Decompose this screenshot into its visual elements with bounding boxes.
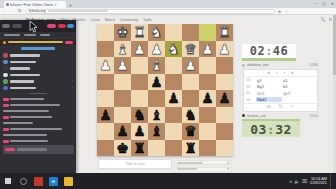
square-c6[interactable]: ♞ (182, 107, 199, 124)
move-15b[interactable]: Qc7 (282, 91, 308, 96)
square-c2[interactable]: ♛ (182, 41, 199, 58)
black-king-g8: ♚ (116, 141, 129, 155)
white-pawn-b2: ♟ (201, 42, 214, 56)
clock-white: 02:46 (242, 44, 296, 58)
square-b8[interactable] (199, 140, 216, 157)
draw-offer-button[interactable]: ½ (278, 105, 282, 110)
square-b3[interactable] (199, 57, 216, 74)
black-pawn-b5: ♟ (201, 91, 214, 105)
user-name-bar (10, 67, 30, 70)
move-15w[interactable]: O-O (256, 91, 282, 96)
black-pawn-d5: ♟ (167, 91, 180, 105)
move-16w[interactable]: Nbd2 (256, 97, 282, 102)
avatar (3, 79, 8, 84)
collapsed-section-1[interactable]: ▾ (174, 160, 232, 165)
forward-icon[interactable]: → (11, 9, 16, 14)
square-e5[interactable] (148, 90, 165, 107)
collapsed-section-2[interactable]: ▾ (174, 167, 232, 172)
tray-expand-icon[interactable]: ∧ (289, 179, 292, 184)
chevron-right-icon: › (72, 53, 73, 57)
white-rook-f1: ♜ (133, 25, 146, 39)
square-g1[interactable]: ♚ (114, 24, 131, 41)
game-action-buttons: ⟲½⚐ (244, 103, 317, 111)
black-pawn-e4: ♟ (150, 75, 163, 89)
chevron-right-icon: › (72, 66, 73, 70)
chat-text-bar (10, 98, 44, 101)
square-d2[interactable]: ♞ (165, 41, 182, 58)
system-tray[interactable]: ∧🔈⌧ 10:54 AM 5/28/2021 (289, 173, 336, 189)
settings-gear-icon[interactable]: ⚙ (328, 17, 332, 22)
black-bishop-e7: ♝ (150, 124, 163, 138)
move-14w[interactable]: Bg2 (256, 84, 282, 89)
mouse-cursor (29, 21, 38, 33)
square-h5[interactable] (97, 90, 114, 107)
square-d4[interactable] (165, 74, 182, 91)
square-d5[interactable]: ♟ (165, 90, 182, 107)
white-pawn-g3: ♟ (116, 58, 129, 72)
maximize-icon[interactable]: ▢ (322, 1, 326, 6)
move-number: 14 (246, 85, 256, 89)
window-controls: ─▢✕ (315, 0, 334, 7)
overlay-link-row[interactable] (0, 45, 76, 52)
overlay-user-list: ›››››› (0, 52, 76, 91)
chat-text-bar (3, 122, 33, 125)
square-a7[interactable] (216, 123, 233, 140)
square-g2[interactable]: ♝ (114, 41, 131, 58)
player-bottom-rating: 1510 (310, 114, 318, 118)
square-d6[interactable] (165, 107, 182, 124)
search-icon[interactable]: 🔍 (320, 17, 325, 22)
chat-text-bar (10, 128, 62, 131)
square-h8[interactable] (97, 140, 114, 157)
move-row: 15O-OQc7 (246, 90, 315, 96)
last-move-button[interactable]: » (291, 71, 294, 76)
square-e1[interactable]: ♞ (148, 24, 165, 41)
url-path-blur (48, 10, 108, 12)
player-top-bar[interactable]: alekhine_fan 1546 (242, 62, 318, 68)
white-queen-c2: ♛ (184, 42, 197, 56)
player-top-name: alekhine_fan (247, 63, 308, 67)
square-a6[interactable] (216, 107, 233, 124)
tab-title: lichess • Free Online Chess (10, 3, 53, 7)
windows-taskbar: e ∧🔈⌧ 10:54 AM 5/28/2021 (0, 173, 336, 189)
start-button[interactable] (0, 178, 16, 184)
black-knight-c6: ♞ (184, 108, 197, 122)
black-rook-f8: ♜ (133, 141, 146, 155)
overlay-chat-messages (0, 96, 76, 155)
square-f4[interactable] (131, 74, 148, 91)
desktop-screen: lichess • Free Online Chess ✕ + ─▢✕ ← → … (0, 0, 336, 189)
overlay-header-chip[interactable] (12, 24, 22, 28)
chat-badge (3, 104, 9, 107)
avatar (3, 60, 8, 65)
minimize-icon[interactable]: ─ (315, 2, 318, 6)
chess-board: ♚♜♞♜♝♟♟♞♛♟♟♟♟♝♟♟♟♟♟♟♞♝♞♟♟♝♛♚♜♜ (97, 24, 233, 156)
square-c8[interactable]: ♜ (182, 140, 199, 157)
user-name-bar (10, 54, 40, 57)
square-e7[interactable]: ♝ (148, 123, 165, 140)
square-f6[interactable]: ♞ (131, 107, 148, 124)
square-f1[interactable]: ♜ (131, 24, 148, 41)
chat-badge (3, 98, 9, 101)
show-desktop-button[interactable] (330, 173, 332, 189)
black-pawn-f7: ♟ (133, 124, 146, 138)
overlay-tab[interactable] (4, 34, 20, 37)
square-b4[interactable] (199, 74, 216, 91)
square-f8[interactable]: ♜ (131, 140, 148, 157)
clock-black-running: 03:32 (242, 121, 300, 137)
square-d1[interactable] (165, 24, 182, 41)
chat-text-bar (10, 104, 60, 107)
browser-tabstrip: lichess • Free Online Chess ✕ + ─▢✕ (0, 0, 336, 8)
square-a5[interactable]: ♟ (216, 90, 233, 107)
takeback-button[interactable]: ⟲ (267, 105, 271, 110)
square-e3[interactable]: ♝ (148, 57, 165, 74)
chat-message (0, 138, 76, 144)
square-h4[interactable] (97, 74, 114, 91)
overlay-tabs[interactable] (0, 32, 76, 39)
white-pawn-h3: ♟ (99, 58, 112, 72)
prev-move-button[interactable]: ‹ (276, 71, 278, 76)
square-d7[interactable] (165, 123, 182, 140)
overlay-header-chip[interactable] (2, 24, 10, 28)
square-e6[interactable]: ♝ (148, 107, 165, 124)
folder-icon[interactable] (64, 177, 73, 186)
square-b2[interactable]: ♟ (199, 41, 216, 58)
white-pawn-c3: ♟ (184, 58, 197, 72)
url-text: lichess.org (29, 9, 46, 13)
network-icon[interactable]: ⌧ (302, 179, 307, 184)
white-rook-a1: ♜ (218, 25, 231, 39)
move-number: 15 (246, 91, 256, 95)
overlay-header-chip[interactable] (47, 24, 56, 28)
square-h2[interactable] (97, 41, 114, 58)
chevron-down-icon: ▾ (227, 161, 229, 165)
square-b7[interactable] (199, 123, 216, 140)
move-13w[interactable]: g3 (256, 78, 282, 83)
overlay-tab[interactable] (40, 34, 50, 37)
player-top-status-dot (242, 64, 245, 67)
overlay-tab[interactable] (24, 34, 36, 37)
clock-white-bar (242, 58, 296, 61)
square-a1[interactable]: ♜ (216, 24, 233, 41)
avatar (3, 66, 8, 71)
move-13b[interactable]: a5 (282, 78, 308, 83)
overlay-header-chip[interactable] (67, 24, 74, 28)
edge-browser-icon[interactable]: e (49, 177, 58, 186)
close-icon[interactable]: ✕ (331, 1, 334, 6)
square-b5[interactable]: ♟ (199, 90, 216, 107)
square-c1[interactable] (182, 24, 199, 41)
black-knight-f6: ♞ (133, 108, 146, 122)
white-bishop-e3: ♝ (150, 58, 163, 72)
square-e4[interactable]: ♟ (148, 74, 165, 91)
chevron-right-icon: › (72, 60, 73, 64)
square-h1[interactable] (97, 24, 114, 41)
tab-favicon (6, 3, 9, 6)
move-row: 16Nbd2 (246, 97, 315, 103)
user-name-bar (10, 80, 34, 83)
square-c5[interactable] (182, 90, 199, 107)
white-pawn-e2: ♟ (150, 42, 163, 56)
avatar (3, 86, 8, 91)
move-list: 13g3a514Bg2b515O-OQc716Nbd2 (244, 77, 317, 103)
white-king-g1: ♚ (116, 25, 129, 39)
taskbar-apps: e (31, 177, 76, 186)
move-list-card: «‹›» 13g3a514Bg2b515O-OQc716Nbd2 ⟲½⚐ (243, 69, 318, 112)
user-name-bar (10, 61, 36, 64)
banner-chip[interactable] (65, 41, 73, 44)
chat-text-bar (10, 140, 48, 143)
tray-icons[interactable]: ∧🔈⌧ (289, 179, 307, 184)
move-nav-buttons: «‹›» (244, 70, 317, 77)
square-g4[interactable] (114, 74, 131, 91)
move-number: 16 (246, 98, 256, 102)
banner-text-bar (8, 41, 63, 43)
white-pawn-a2: ♟ (218, 42, 231, 56)
app-icon-red[interactable] (34, 177, 43, 186)
black-pawn-g7: ♟ (116, 124, 129, 138)
next-move-button[interactable]: › (284, 71, 286, 76)
player-bottom-status-dot (242, 114, 245, 117)
chat-input[interactable]: Talk in chat (98, 159, 172, 169)
url-input[interactable]: lichess.org (25, 9, 275, 14)
square-e8[interactable] (148, 140, 165, 157)
square-a8[interactable] (216, 140, 233, 157)
chevron-down-icon: ▾ (227, 167, 229, 171)
nav-item-tools[interactable]: Tools (143, 18, 151, 22)
chat-overlay-panel: ›››››› (0, 20, 76, 173)
tab-close-icon[interactable]: ✕ (54, 3, 57, 7)
overlay-header (0, 20, 76, 32)
square-h3[interactable]: ♟ (97, 57, 114, 74)
cortana-icon[interactable] (20, 178, 27, 185)
square-f7[interactable]: ♟ (131, 123, 148, 140)
square-g3[interactable]: ♟ (114, 57, 131, 74)
move-row: 13g3a5 (246, 77, 315, 83)
resign-button[interactable]: ⚐ (290, 105, 294, 110)
square-h7[interactable] (97, 123, 114, 140)
square-c7[interactable]: ♛ (182, 123, 199, 140)
square-b6[interactable] (199, 107, 216, 124)
black-rook-c8: ♜ (184, 141, 197, 155)
chevron-right-icon: › (72, 79, 73, 83)
square-d3[interactable] (165, 57, 182, 74)
square-f2[interactable]: ♟ (131, 41, 148, 58)
square-c3[interactable]: ♟ (182, 57, 199, 74)
first-move-button[interactable]: « (267, 71, 270, 76)
black-bishop-e6: ♝ (150, 108, 163, 122)
taskbar-clock[interactable]: 10:54 AM 5/28/2021 (310, 177, 327, 186)
square-g7[interactable]: ♟ (114, 123, 131, 140)
nav-item-watch[interactable]: Watch (105, 18, 115, 22)
white-pawn-f2: ♟ (133, 42, 146, 56)
user-name-bar (10, 74, 40, 77)
black-pawn-a5: ♟ (218, 91, 231, 105)
white-knight-e1: ♞ (150, 25, 163, 39)
square-g5[interactable] (114, 90, 131, 107)
square-c4[interactable] (182, 74, 199, 91)
reload-icon[interactable]: ↻ (18, 9, 22, 14)
move-14b[interactable]: b5 (282, 84, 308, 89)
chat-badge (3, 128, 9, 131)
player-bottom-name: sicilian_cat (247, 114, 308, 118)
chevron-right-icon: › (72, 73, 73, 77)
overlay-header-chip[interactable] (58, 24, 66, 28)
warning-icon (3, 41, 6, 44)
chat-badge (3, 140, 9, 143)
square-a2[interactable]: ♟ (216, 41, 233, 58)
back-icon[interactable]: ← (3, 9, 8, 14)
avatar (3, 53, 8, 58)
nav-item-learn[interactable]: Learn (91, 18, 100, 22)
player-top-rating: 1546 (310, 63, 318, 67)
chat-text-bar (10, 116, 52, 119)
white-knight-d2: ♞ (167, 42, 180, 56)
chat-badge (3, 116, 9, 119)
browser-tab[interactable]: lichess • Free Online Chess ✕ (4, 1, 66, 8)
square-d8[interactable] (165, 140, 182, 157)
square-b1[interactable] (199, 24, 216, 41)
square-f5[interactable] (131, 90, 148, 107)
square-f3[interactable] (131, 57, 148, 74)
square-e2[interactable]: ♟ (148, 41, 165, 58)
square-h6[interactable]: ♟ (97, 107, 114, 124)
move-row: 14Bg2b5 (246, 84, 315, 90)
chevron-right-icon: › (72, 86, 73, 90)
black-queen-c7: ♛ (184, 124, 197, 138)
square-g6[interactable] (114, 107, 131, 124)
avatar (3, 73, 8, 78)
black-pawn-h6: ♟ (99, 108, 112, 122)
nav-item-community[interactable]: Community (120, 18, 138, 22)
square-a4[interactable] (216, 74, 233, 91)
browser-addressbar: ← → ↻ lichess.org ★⋮ (0, 8, 336, 15)
move-number: 13 (246, 78, 256, 82)
chat-highlight-block (3, 145, 74, 154)
user-name-bar (10, 87, 36, 90)
header-right-icons[interactable]: 🔍⚙ (320, 15, 332, 24)
chat-text-bar (3, 134, 47, 137)
square-g8[interactable]: ♚ (114, 140, 131, 157)
square-a3[interactable] (216, 57, 233, 74)
volume-icon[interactable]: 🔈 (294, 179, 300, 184)
browser-extensions[interactable]: ★⋮ (278, 9, 289, 14)
chat-text-bar (3, 110, 49, 113)
white-bishop-g2: ♝ (116, 42, 129, 56)
